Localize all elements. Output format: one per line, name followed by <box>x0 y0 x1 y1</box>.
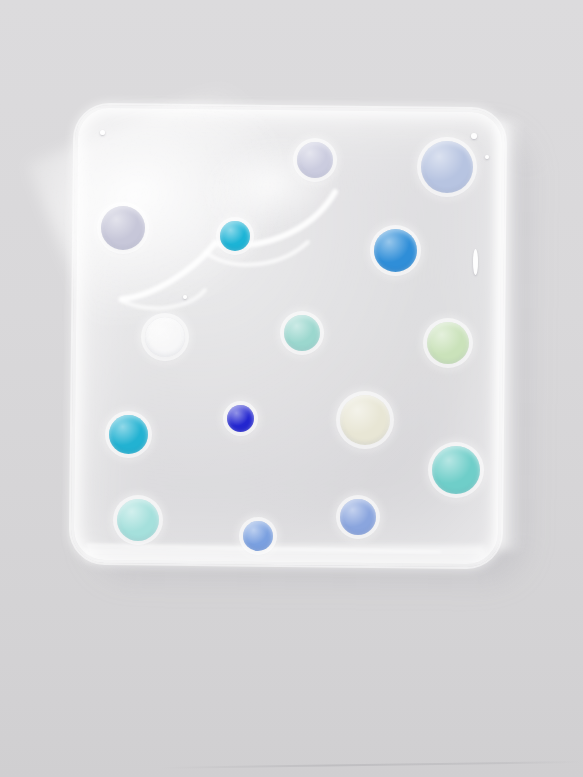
glass-dot-pale-green <box>427 322 469 364</box>
air-bubble <box>473 249 478 275</box>
air-bubble <box>100 130 105 135</box>
plate-bottom-edge-glow <box>85 546 485 564</box>
glass-dot-pale-lavender-gray <box>101 206 145 250</box>
glass-dot-bright-cyan <box>220 221 250 251</box>
glass-dot-periwinkle <box>243 521 273 551</box>
photo-background <box>0 0 583 777</box>
background-surface-line <box>160 761 580 769</box>
glass-dot-cobalt-blue <box>227 405 254 432</box>
glass-dot-turquoise <box>109 415 148 454</box>
glass-dot-clear-white <box>145 317 185 357</box>
glass-dot-lavender <box>297 142 333 178</box>
glass-dot-pale-aqua <box>117 499 159 541</box>
glass-dot-pale-blue <box>421 141 473 193</box>
glass-dot-champagne-clear <box>340 395 390 445</box>
glass-dot-aqua-teal <box>432 446 480 494</box>
glass-dot-azure-blue <box>374 229 417 272</box>
plate-right-edge-glow <box>497 120 523 550</box>
glass-dot-seafoam-mint <box>284 315 320 351</box>
glass-dot-light-periwinkle <box>340 499 376 535</box>
air-bubble <box>471 133 477 139</box>
air-bubble <box>183 295 187 299</box>
air-bubble <box>485 155 489 159</box>
